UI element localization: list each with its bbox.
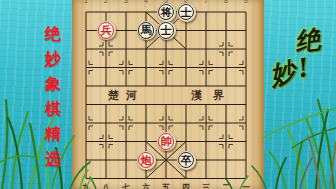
file-label-top: 9 bbox=[241, 0, 251, 4]
river-label-han-jie: 漢界 bbox=[191, 88, 235, 103]
piece-black-pawn[interactable]: 卒 bbox=[177, 151, 196, 170]
piece-black-general[interactable]: 将 bbox=[157, 3, 176, 22]
xiangqi-board: 楚河 漢界 123456789九八七六五四三二一将士馬士兵帥炮卒 bbox=[72, 0, 264, 189]
river-label-chu-he: 楚河 bbox=[108, 88, 144, 103]
file-label-bottom: 九 bbox=[81, 182, 91, 189]
left-title: 绝妙象棋精选 bbox=[45, 26, 61, 167]
piece-glyph: 卒 bbox=[181, 155, 192, 166]
piece-red-pawn[interactable]: 兵 bbox=[97, 21, 116, 40]
file-label-top: 3 bbox=[121, 0, 131, 4]
left-title-char: 象 bbox=[45, 76, 61, 92]
piece-glyph: 将 bbox=[161, 7, 172, 18]
left-title-char: 妙 bbox=[45, 51, 61, 67]
left-title-char: 棋 bbox=[45, 101, 61, 117]
left-title-char: 选 bbox=[45, 151, 61, 167]
piece-glyph: 兵 bbox=[101, 25, 112, 36]
file-label-bottom: 八 bbox=[101, 182, 111, 189]
file-label-top: 1 bbox=[81, 0, 91, 4]
thumbnail-canvas: 楚河 漢界 123456789九八七六五四三二一将士馬士兵帥炮卒 绝妙象棋精选 … bbox=[0, 0, 336, 189]
file-label-bottom: 一 bbox=[241, 182, 251, 189]
file-label-bottom: 三 bbox=[201, 182, 211, 189]
left-title-char: 绝 bbox=[45, 26, 61, 42]
piece-black-advisor[interactable]: 士 bbox=[157, 21, 176, 40]
file-label-bottom: 四 bbox=[181, 182, 191, 189]
file-label-top: 2 bbox=[101, 0, 111, 4]
file-label-top: 4 bbox=[141, 0, 151, 4]
left-title-char: 精 bbox=[45, 126, 61, 142]
file-label-top: 8 bbox=[221, 0, 231, 4]
piece-black-horse[interactable]: 馬 bbox=[137, 21, 156, 40]
file-label-top: 7 bbox=[201, 0, 211, 4]
piece-glyph: 士 bbox=[161, 25, 172, 36]
file-label-bottom: 七 bbox=[121, 182, 131, 189]
piece-glyph: 炮 bbox=[141, 155, 152, 166]
piece-red-cannon[interactable]: 炮 bbox=[137, 151, 156, 170]
file-label-bottom: 五 bbox=[161, 182, 171, 189]
piece-black-advisor[interactable]: 士 bbox=[177, 3, 196, 22]
piece-glyph: 馬 bbox=[141, 25, 152, 36]
piece-glyph: 士 bbox=[181, 7, 192, 18]
file-label-bottom: 六 bbox=[141, 182, 151, 189]
piece-glyph: 帥 bbox=[161, 136, 172, 147]
piece-red-general[interactable]: 帥 bbox=[157, 132, 176, 151]
file-label-bottom: 二 bbox=[221, 182, 231, 189]
